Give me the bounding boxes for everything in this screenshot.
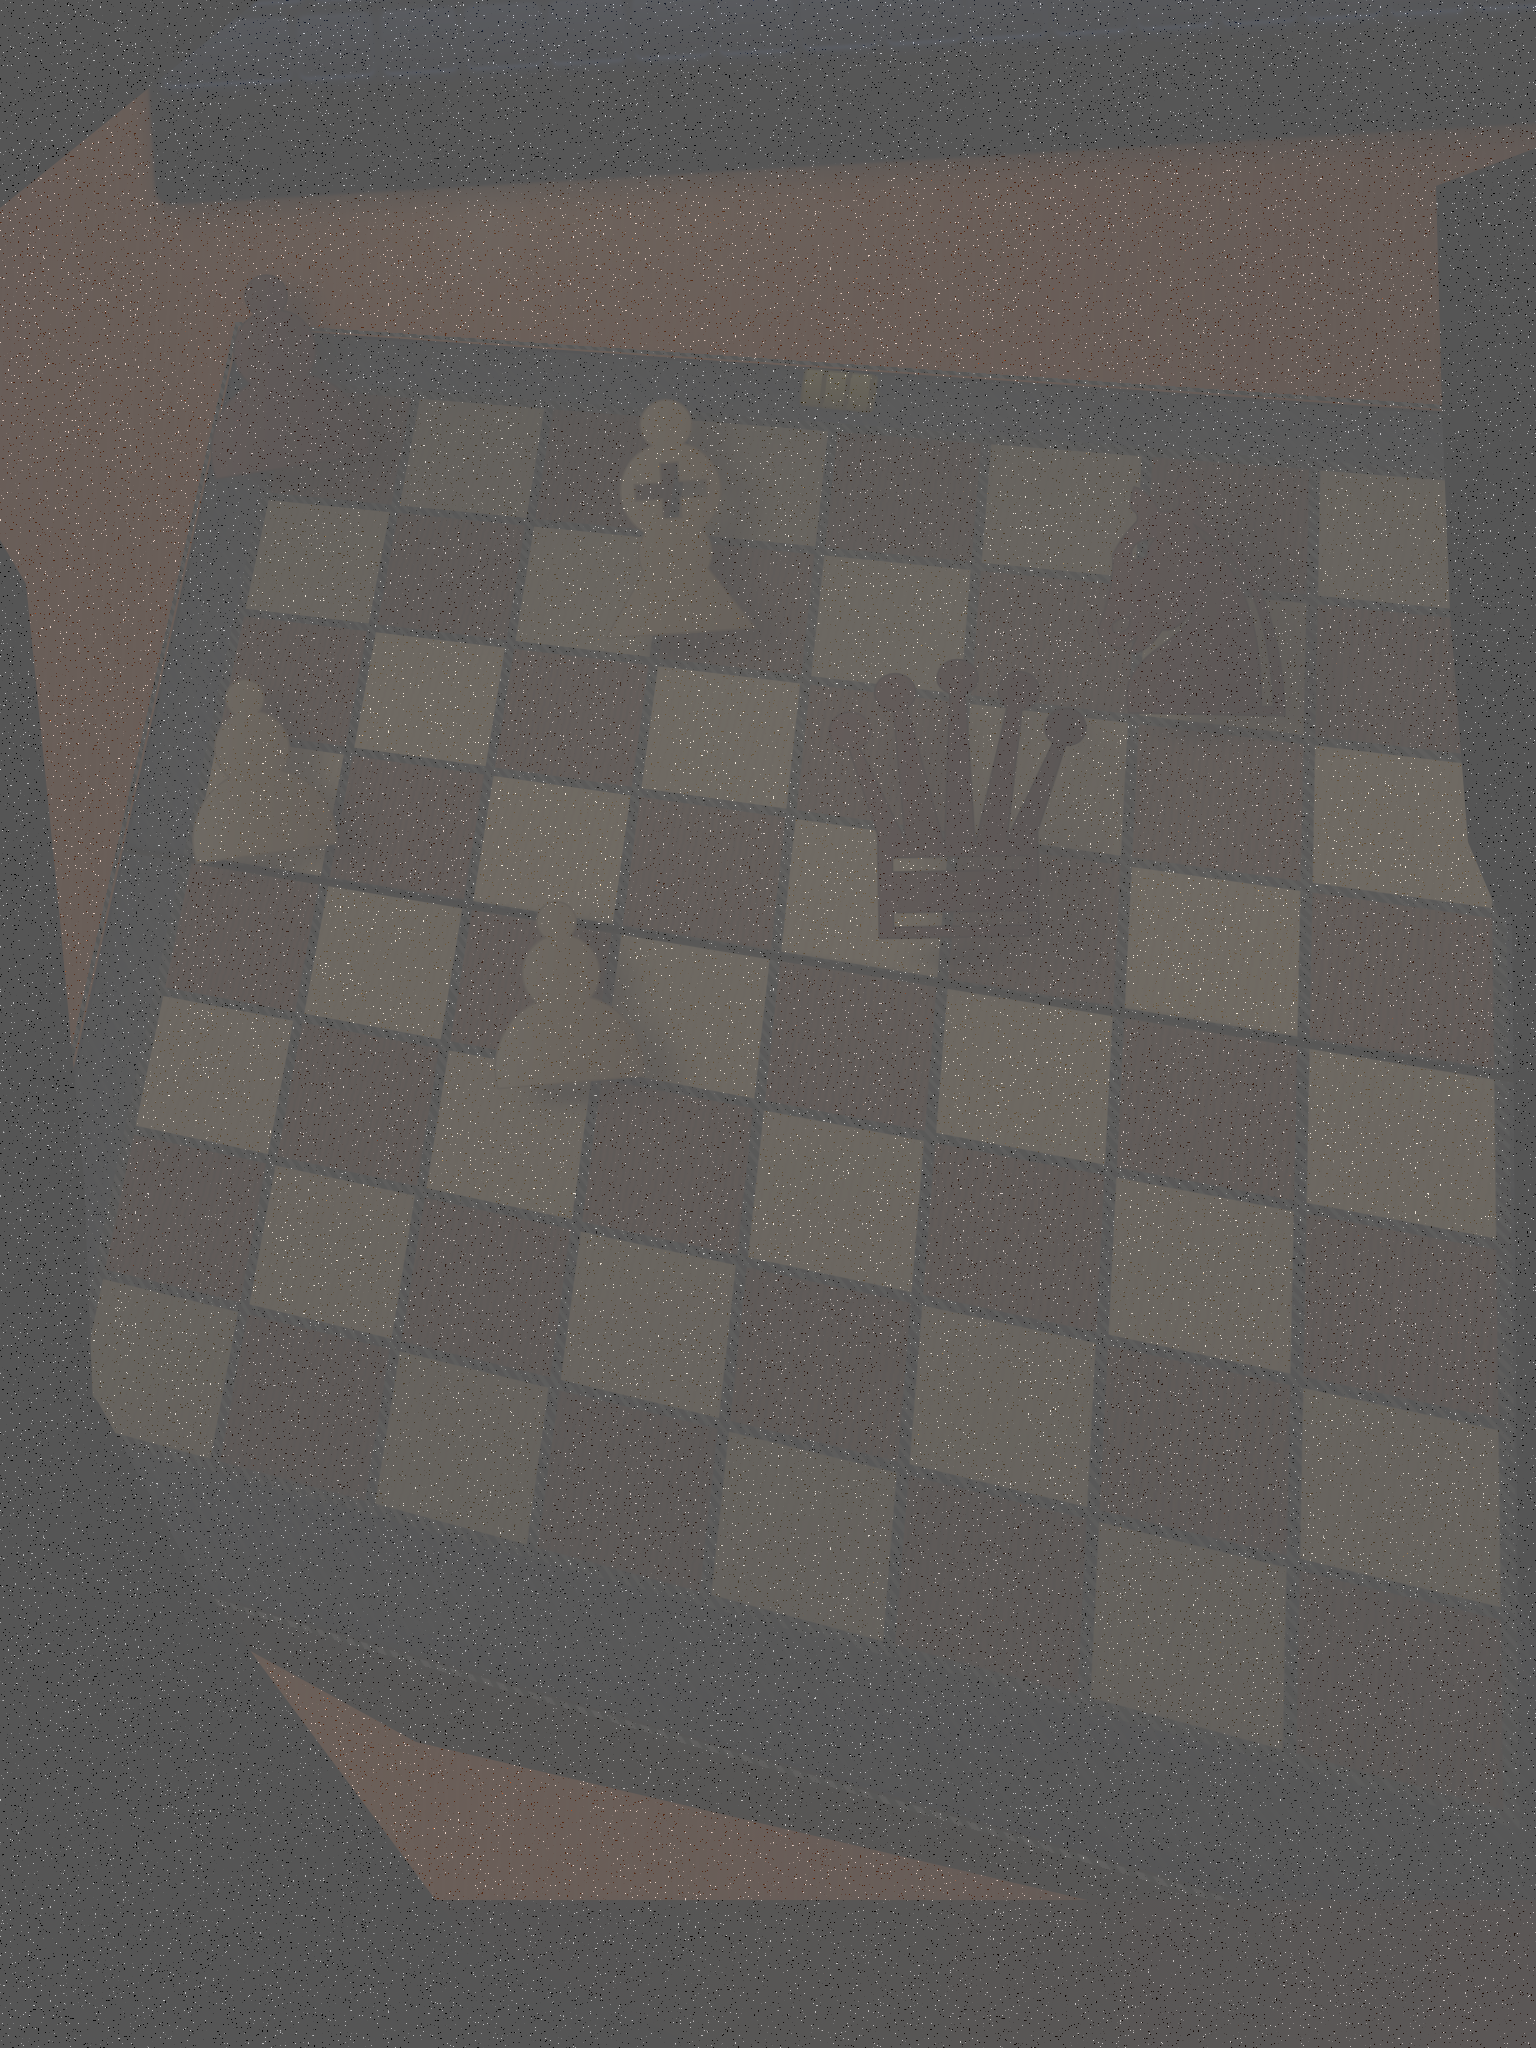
keyboard-key[interactable] — [381, 7, 459, 75]
square-f2[interactable] — [909, 1305, 1095, 1508]
square-h2[interactable] — [1301, 1387, 1501, 1607]
square-e8[interactable] — [825, 432, 980, 561]
photo-canvas: ♟♝♞♟♛♟ — [0, 0, 1536, 2048]
keyboard-key[interactable] — [464, 2, 542, 70]
square-a1[interactable] — [73, 1279, 238, 1458]
keyboard-key[interactable] — [158, 0, 304, 11]
square-f1[interactable] — [895, 1476, 1086, 1694]
keyboard-key[interactable] — [968, 0, 1046, 41]
square-b1[interactable] — [220, 1315, 390, 1501]
square-a3[interactable] — [136, 996, 293, 1154]
keyboard-key[interactable] — [548, 0, 626, 66]
keyboard-key[interactable] — [1387, 0, 1465, 16]
keyboard-key[interactable] — [1219, 0, 1297, 26]
square-b3[interactable] — [277, 1022, 438, 1185]
square-e3[interactable] — [748, 1110, 924, 1291]
keyboard-deck — [159, 0, 1536, 99]
square-a2[interactable] — [105, 1134, 266, 1302]
queen-glyph: ♛ — [785, 581, 1133, 1030]
pawn-glyph: ♟ — [440, 843, 687, 1149]
keyboard-key[interactable] — [297, 12, 375, 80]
square-c1[interactable] — [374, 1352, 548, 1545]
square-e2[interactable] — [730, 1267, 910, 1462]
piece-light-pawn-c3[interactable]: ♟ — [429, 862, 698, 1131]
keyboard-key[interactable] — [716, 0, 794, 56]
piece-dark-pawn-a8[interactable]: ♟ — [127, 224, 430, 527]
keyboard-key[interactable] — [1052, 0, 1130, 36]
square-d2[interactable] — [561, 1231, 736, 1418]
square-h4[interactable] — [1307, 1049, 1496, 1238]
square-c2[interactable] — [401, 1197, 571, 1377]
square-g1[interactable] — [1090, 1522, 1287, 1750]
square-h6[interactable] — [1313, 745, 1492, 908]
square-h1[interactable] — [1297, 1571, 1503, 1809]
square-h3[interactable] — [1304, 1214, 1498, 1418]
square-g2[interactable] — [1099, 1345, 1291, 1556]
pawn-glyph: ♟ — [137, 204, 420, 545]
keyboard-key[interactable] — [312, 0, 399, 2]
piece-dark-queen-e4[interactable]: ♛ — [766, 613, 1153, 1000]
square-b6[interactable] — [354, 632, 505, 767]
square-e1[interactable] — [711, 1432, 896, 1641]
keyboard-key[interactable] — [161, 17, 290, 88]
square-f3[interactable] — [923, 1143, 1104, 1331]
square-g4[interactable] — [1116, 1018, 1297, 1200]
keyboard-key[interactable] — [884, 0, 962, 46]
square-b2[interactable] — [249, 1165, 414, 1339]
keyboard-key[interactable] — [1135, 0, 1213, 31]
keyboard-key[interactable] — [800, 0, 878, 51]
piece-light-pawn-a4[interactable]: ♟ — [119, 636, 390, 907]
keyboard-key[interactable] — [632, 0, 710, 61]
keyboard-key[interactable] — [1303, 0, 1381, 21]
keyboard-key[interactable] — [1471, 0, 1536, 11]
pawn-glyph: ♟ — [129, 617, 381, 924]
square-d1[interactable] — [538, 1391, 718, 1592]
square-g3[interactable] — [1108, 1177, 1294, 1373]
square-h5[interactable] — [1310, 893, 1494, 1069]
square-b7[interactable] — [377, 513, 524, 639]
